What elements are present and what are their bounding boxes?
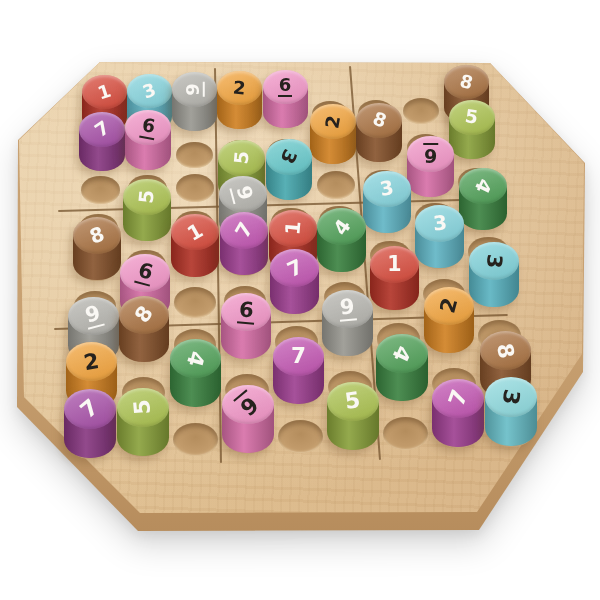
- peg-top-face: 8: [73, 217, 122, 254]
- peg-digit: 5: [344, 390, 362, 414]
- peg-digit: 1: [95, 81, 112, 102]
- peg-r3c5-value-3[interactable]: 3: [266, 139, 313, 206]
- peg-r4c7-value-3[interactable]: 3: [363, 171, 411, 239]
- peg-digit: 8: [131, 303, 157, 327]
- peg-top-face: 8: [119, 296, 169, 334]
- product-photo-stage: 1392687628553659348171436713986922474875…: [0, 0, 600, 600]
- peg-top-face: 8: [356, 103, 402, 138]
- peg-r7c8-value-2[interactable]: 2: [424, 287, 474, 359]
- peg-top-face: 1: [82, 75, 127, 109]
- sudoku-board: 1392687628553659348171436713986922474875…: [0, 0, 600, 600]
- peg-top-face: 6: [222, 385, 274, 425]
- peg-r2c1-value-7[interactable]: 7: [79, 112, 125, 177]
- cell-hole-r9c5[interactable]: [278, 420, 323, 453]
- peg-digit: 3: [499, 388, 523, 407]
- peg-r3c8-value-6[interactable]: 6: [407, 136, 454, 203]
- peg-digit: 7: [232, 219, 256, 241]
- peg-top-face: 6: [407, 136, 454, 172]
- peg-digit: 6: [233, 389, 262, 419]
- peg-r9c8-value-7[interactable]: 7: [432, 379, 484, 454]
- peg-digit: 9: [338, 296, 357, 321]
- peg-r7c2-value-8[interactable]: 8: [119, 296, 169, 368]
- cell-hole-r9c3[interactable]: [173, 423, 218, 456]
- peg-digit: 5: [131, 399, 154, 416]
- peg-top-face: 3: [266, 139, 313, 175]
- peg-top-face: 2: [66, 342, 117, 381]
- peg-digit: 5: [464, 107, 479, 127]
- peg-digit: 1: [282, 221, 303, 237]
- peg-r2c9-value-5[interactable]: 5: [449, 100, 495, 165]
- peg-digit: 2: [83, 350, 101, 374]
- peg-top-face: 9: [172, 72, 217, 106]
- peg-digit: 7: [291, 345, 306, 367]
- peg-top-face: 9: [68, 297, 118, 335]
- peg-r5c1-value-8[interactable]: 8: [73, 217, 122, 286]
- peg-digit: 6: [278, 76, 293, 97]
- peg-top-face: 5: [327, 382, 379, 422]
- peg-digit: 2: [323, 114, 343, 130]
- peg-digit: 3: [483, 253, 505, 269]
- peg-digit: 5: [136, 189, 157, 204]
- peg-digit: 9: [82, 302, 104, 329]
- peg-digit: 7: [284, 256, 306, 281]
- peg-digit: 6: [237, 299, 256, 324]
- peg-digit: 7: [445, 388, 471, 410]
- peg-r6c9-value-3[interactable]: 3: [469, 242, 518, 313]
- peg-r1c4-value-2[interactable]: 2: [217, 71, 262, 135]
- peg-r5c4-value-7[interactable]: 7: [220, 212, 269, 281]
- cell-hole-r3c1[interactable]: [81, 176, 119, 204]
- peg-top-face: 5: [117, 388, 169, 428]
- peg-digit: 4: [183, 349, 208, 369]
- peg-top-face: 7: [79, 112, 125, 147]
- peg-r7c6-value-9[interactable]: 9: [322, 290, 372, 362]
- peg-r2c7-value-8[interactable]: 8: [356, 103, 402, 168]
- peg-r4c2-value-5[interactable]: 5: [123, 179, 171, 247]
- peg-r7c4-value-6[interactable]: 6: [221, 293, 271, 365]
- peg-top-face: 1: [269, 210, 318, 247]
- cell-hole-r6c3[interactable]: [174, 287, 216, 317]
- peg-digit: 8: [370, 109, 388, 131]
- peg-digit: 6: [139, 116, 157, 140]
- peg-r9c6-value-5[interactable]: 5: [327, 382, 379, 457]
- peg-top-face: 9: [322, 290, 372, 328]
- peg-digit: 1: [387, 254, 401, 275]
- cell-hole-r1c8[interactable]: [403, 98, 439, 124]
- peg-top-face: 7: [270, 249, 319, 287]
- peg-r8c7-value-4[interactable]: 4: [376, 334, 427, 407]
- peg-top-face: 6: [221, 293, 271, 331]
- peg-top-face: 5: [123, 179, 171, 215]
- peg-digit: 5: [232, 150, 252, 165]
- peg-top-face: 4: [317, 208, 366, 245]
- peg-top-face: 5: [449, 100, 495, 135]
- peg-digit: 8: [458, 72, 475, 93]
- peg-r9c4-value-6[interactable]: 6: [222, 385, 274, 460]
- peg-top-face: 5: [218, 140, 265, 176]
- peg-r9c9-value-3[interactable]: 3: [485, 377, 537, 452]
- peg-digit: 6: [423, 143, 438, 165]
- peg-r9c2-value-5[interactable]: 5: [117, 388, 169, 463]
- peg-top-face: 4: [459, 168, 507, 204]
- peg-digit: 2: [233, 79, 247, 98]
- peg-top-face: 7: [220, 212, 269, 249]
- peg-digit: 9: [230, 183, 256, 204]
- peg-digit: 8: [493, 341, 517, 359]
- peg-digit: 2: [437, 296, 461, 316]
- peg-digit: 3: [277, 147, 300, 167]
- peg-top-face: 4: [170, 339, 221, 378]
- peg-top-face: 8: [480, 331, 531, 370]
- peg-top-face: 8: [444, 65, 489, 99]
- peg-digit: 7: [77, 396, 103, 423]
- peg-digit: 6: [134, 260, 156, 287]
- peg-r2c6-value-2[interactable]: 2: [310, 104, 356, 169]
- cell-hole-r9c7[interactable]: [383, 417, 428, 450]
- cell-hole-r3c6[interactable]: [317, 171, 355, 199]
- peg-digit: 8: [87, 224, 107, 248]
- peg-top-face: 6: [263, 70, 308, 104]
- peg-top-face: 2: [424, 287, 474, 325]
- peg-r9c1-value-7[interactable]: 7: [64, 389, 116, 464]
- peg-digit: 4: [329, 215, 353, 238]
- peg-r8c3-value-4[interactable]: 4: [170, 339, 221, 412]
- peg-top-face: 3: [415, 205, 464, 242]
- peg-digit: 3: [140, 80, 158, 101]
- peg-top-face: 1: [171, 214, 220, 251]
- peg-r4c9-value-4[interactable]: 4: [459, 168, 507, 236]
- peg-top-face: 9: [219, 176, 267, 212]
- peg-r2c2-value-6[interactable]: 6: [125, 110, 171, 175]
- peg-top-face: 3: [363, 171, 411, 207]
- peg-r6c5-value-7[interactable]: 7: [270, 249, 319, 320]
- cell-hole-r3c3[interactable]: [176, 174, 214, 202]
- peg-digit: 3: [378, 178, 395, 200]
- peg-r1c5-value-6[interactable]: 6: [263, 70, 308, 134]
- peg-top-face: 7: [64, 389, 116, 429]
- peg-r5c8-value-3[interactable]: 3: [415, 205, 464, 274]
- peg-digit: 1: [184, 220, 206, 244]
- peg-r8c5-value-7[interactable]: 7: [273, 337, 324, 410]
- peg-digit: 4: [471, 176, 494, 197]
- peg-digit: 9: [184, 82, 205, 97]
- peg-r6c7-value-1[interactable]: 1: [370, 246, 419, 317]
- peg-digit: 3: [432, 213, 448, 234]
- peg-r1c3-value-9[interactable]: 9: [172, 72, 217, 136]
- peg-top-face: 3: [127, 74, 172, 108]
- peg-top-face: 6: [120, 254, 169, 292]
- peg-top-face: 3: [469, 242, 518, 280]
- peg-top-face: 4: [376, 334, 427, 373]
- peg-top-face: 7: [273, 337, 324, 376]
- peg-digit: 4: [389, 342, 415, 365]
- peg-top-face: 1: [370, 246, 419, 284]
- peg-r5c3-value-1[interactable]: 1: [171, 214, 220, 283]
- peg-top-face: 3: [485, 377, 537, 417]
- peg-r5c6-value-4[interactable]: 4: [317, 208, 366, 277]
- peg-digit: 7: [92, 118, 113, 141]
